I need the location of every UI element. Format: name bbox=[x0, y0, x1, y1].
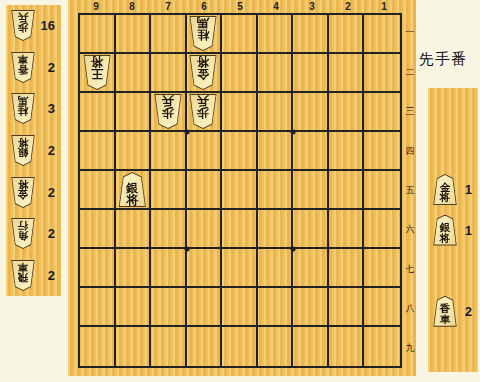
rank-label-1: 一 bbox=[404, 26, 416, 39]
file-label-3: 3 bbox=[294, 0, 330, 13]
file-label-7: 7 bbox=[150, 0, 186, 13]
square-4-6[interactable] bbox=[258, 210, 294, 249]
rank-label-5: 五 bbox=[404, 184, 416, 197]
square-2-8[interactable] bbox=[329, 288, 365, 327]
board-frame: 桂馬王将金将歩兵歩兵銀将 bbox=[78, 13, 402, 368]
square-6-7[interactable] bbox=[187, 249, 223, 288]
square-7-4[interactable] bbox=[151, 132, 187, 171]
square-5-6[interactable] bbox=[222, 210, 258, 249]
square-7-8[interactable] bbox=[151, 288, 187, 327]
sente-hand-slot-1 bbox=[428, 88, 478, 129]
piece-face: 桂馬 bbox=[189, 17, 217, 50]
square-1-8[interactable] bbox=[364, 288, 400, 327]
square-4-7[interactable] bbox=[258, 249, 294, 288]
square-1-9[interactable] bbox=[364, 327, 400, 366]
rank-label-9: 九 bbox=[404, 342, 416, 355]
square-8-1[interactable] bbox=[116, 15, 152, 54]
square-4-8[interactable] bbox=[258, 288, 294, 327]
gote-hand-slot-4[interactable]: 銀将2 bbox=[6, 130, 61, 172]
square-3-1[interactable] bbox=[293, 15, 329, 54]
sente-gold-count: 1 bbox=[465, 182, 472, 197]
gote-hand-slot-1[interactable]: 歩兵16 bbox=[6, 5, 61, 47]
gote-hand-slot-6[interactable]: 角行2 bbox=[6, 213, 61, 255]
piece-face: 香車 bbox=[433, 297, 457, 326]
square-3-5[interactable] bbox=[293, 171, 329, 210]
piece-face: 歩兵 bbox=[154, 95, 182, 128]
square-3-6[interactable] bbox=[293, 210, 329, 249]
gote-silver-piece[interactable]: 銀将 bbox=[10, 135, 36, 166]
file-label-9: 9 bbox=[78, 0, 114, 13]
sente-hand-slot-7 bbox=[428, 331, 478, 372]
square-6-9[interactable] bbox=[187, 327, 223, 366]
square-8-6[interactable] bbox=[116, 210, 152, 249]
gote-silver-count: 2 bbox=[48, 143, 55, 158]
square-3-2[interactable] bbox=[293, 54, 329, 93]
square-3-9[interactable] bbox=[293, 327, 329, 366]
piece-face: 歩兵 bbox=[189, 95, 217, 128]
square-9-1[interactable] bbox=[80, 15, 116, 54]
square-8-5[interactable]: 銀将 bbox=[116, 171, 152, 210]
square-1-6[interactable] bbox=[364, 210, 400, 249]
square-2-1[interactable] bbox=[329, 15, 365, 54]
gote-pawn-piece[interactable]: 歩兵 bbox=[10, 10, 36, 41]
gote-bishop-piece[interactable]: 角行 bbox=[10, 218, 36, 249]
piece-face: 銀将 bbox=[433, 216, 457, 245]
file-label-8: 8 bbox=[114, 0, 150, 13]
gote-lance-piece[interactable]: 香車 bbox=[10, 52, 36, 83]
square-6-6[interactable] bbox=[187, 210, 223, 249]
square-1-5[interactable] bbox=[364, 171, 400, 210]
square-8-8[interactable] bbox=[116, 288, 152, 327]
square-2-3[interactable] bbox=[329, 93, 365, 132]
square-1-2[interactable] bbox=[364, 54, 400, 93]
square-5-1[interactable] bbox=[222, 15, 258, 54]
square-7-1[interactable] bbox=[151, 15, 187, 54]
gote-gold-piece[interactable]: 金将 bbox=[188, 55, 218, 90]
square-6-2[interactable]: 金将 bbox=[187, 54, 223, 93]
square-9-3[interactable] bbox=[80, 93, 116, 132]
square-4-4[interactable] bbox=[258, 132, 294, 171]
gote-rook-piece[interactable]: 飛車 bbox=[10, 260, 36, 291]
square-5-2[interactable] bbox=[222, 54, 258, 93]
square-8-2[interactable] bbox=[116, 54, 152, 93]
square-4-9[interactable] bbox=[258, 327, 294, 366]
square-4-5[interactable] bbox=[258, 171, 294, 210]
square-9-5[interactable] bbox=[80, 171, 116, 210]
piece-face: 角行 bbox=[11, 219, 35, 248]
file-label-1: 1 bbox=[366, 0, 402, 13]
rank-label-4: 四 bbox=[404, 145, 416, 158]
gote-gold-count: 2 bbox=[48, 185, 55, 200]
square-9-7[interactable] bbox=[80, 249, 116, 288]
gote-hand-slot-2[interactable]: 香車2 bbox=[6, 47, 61, 89]
square-8-9[interactable] bbox=[116, 327, 152, 366]
file-label-5: 5 bbox=[222, 0, 258, 13]
gote-hand-slot-5[interactable]: 金将2 bbox=[6, 171, 61, 213]
square-1-1[interactable] bbox=[364, 15, 400, 54]
sente-hand-slot-5 bbox=[428, 250, 478, 291]
square-5-8[interactable] bbox=[222, 288, 258, 327]
rank-label-2: 二 bbox=[404, 66, 416, 79]
square-8-4[interactable] bbox=[116, 132, 152, 171]
square-9-4[interactable] bbox=[80, 132, 116, 171]
gote-pawn-count: 16 bbox=[41, 18, 55, 33]
square-9-8[interactable] bbox=[80, 288, 116, 327]
square-9-2[interactable]: 王将 bbox=[80, 54, 116, 93]
square-3-8[interactable] bbox=[293, 288, 329, 327]
sente-hand-slot-6[interactable]: 香車2 bbox=[428, 291, 478, 332]
file-label-6: 6 bbox=[186, 0, 222, 13]
square-6-1[interactable]: 桂馬 bbox=[187, 15, 223, 54]
piece-face: 王将 bbox=[83, 56, 111, 89]
file-coordinates: 987654321 bbox=[78, 0, 402, 13]
sente-hand-slot-3[interactable]: 金将1 bbox=[428, 169, 478, 210]
square-2-4[interactable] bbox=[329, 132, 365, 171]
square-7-5[interactable] bbox=[151, 171, 187, 210]
square-7-6[interactable] bbox=[151, 210, 187, 249]
star-point bbox=[291, 129, 296, 134]
gote-lance-count: 2 bbox=[48, 60, 55, 75]
square-7-9[interactable] bbox=[151, 327, 187, 366]
gote-king-piece[interactable]: 王将 bbox=[82, 55, 112, 90]
gote-pawn-piece[interactable]: 歩兵 bbox=[188, 94, 218, 129]
sente-silver-piece[interactable]: 銀将 bbox=[117, 172, 147, 207]
piece-face: 飛車 bbox=[11, 261, 35, 290]
piece-face: 金将 bbox=[189, 56, 217, 89]
piece-face: 桂馬 bbox=[11, 94, 35, 123]
square-1-7[interactable] bbox=[364, 249, 400, 288]
square-5-4[interactable] bbox=[222, 132, 258, 171]
gote-rook-count: 2 bbox=[48, 268, 55, 283]
square-6-8[interactable] bbox=[187, 288, 223, 327]
sente-gold-piece[interactable]: 金将 bbox=[432, 174, 458, 205]
rank-label-8: 八 bbox=[404, 302, 416, 315]
piece-face: 金将 bbox=[11, 178, 35, 207]
gote-hand-slot-7[interactable]: 飛車2 bbox=[6, 254, 61, 296]
square-3-3[interactable] bbox=[293, 93, 329, 132]
square-7-7[interactable] bbox=[151, 249, 187, 288]
sente-hand-slot-2 bbox=[428, 129, 478, 170]
square-7-3[interactable]: 歩兵 bbox=[151, 93, 187, 132]
square-8-3[interactable] bbox=[116, 93, 152, 132]
square-5-5[interactable] bbox=[222, 171, 258, 210]
star-point bbox=[291, 247, 296, 252]
square-3-7[interactable] bbox=[293, 249, 329, 288]
square-4-1[interactable] bbox=[258, 15, 294, 54]
square-2-9[interactable] bbox=[329, 327, 365, 366]
square-8-7[interactable] bbox=[116, 249, 152, 288]
piece-face: 金将 bbox=[433, 175, 457, 204]
square-4-3[interactable] bbox=[258, 93, 294, 132]
piece-face: 銀将 bbox=[11, 136, 35, 165]
sente-hand-slot-4[interactable]: 銀将1 bbox=[428, 210, 478, 251]
square-5-9[interactable] bbox=[222, 327, 258, 366]
gote-pawn-piece[interactable]: 歩兵 bbox=[153, 94, 183, 129]
square-3-4[interactable] bbox=[293, 132, 329, 171]
square-9-9[interactable] bbox=[80, 327, 116, 366]
square-1-4[interactable] bbox=[364, 132, 400, 171]
sente-lance-count: 2 bbox=[465, 304, 472, 319]
square-2-2[interactable] bbox=[329, 54, 365, 93]
star-point bbox=[184, 129, 189, 134]
sente-silver-count: 1 bbox=[465, 223, 472, 238]
square-7-2[interactable] bbox=[151, 54, 187, 93]
piece-face: 香車 bbox=[11, 53, 35, 82]
square-2-7[interactable] bbox=[329, 249, 365, 288]
piece-face: 歩兵 bbox=[11, 11, 35, 40]
square-5-3[interactable] bbox=[222, 93, 258, 132]
square-6-4[interactable] bbox=[187, 132, 223, 171]
rank-coordinates: 一二三四五六七八九 bbox=[404, 13, 416, 368]
sente-silver-piece[interactable]: 銀将 bbox=[432, 215, 458, 246]
shogi-board: 987654321 一二三四五六七八九 桂馬王将金将歩兵歩兵銀将 bbox=[68, 0, 416, 376]
piece-face: 銀将 bbox=[118, 173, 146, 206]
file-label-4: 4 bbox=[258, 0, 294, 13]
rank-label-7: 七 bbox=[404, 263, 416, 276]
sente-lance-piece[interactable]: 香車 bbox=[432, 296, 458, 327]
rank-label-3: 三 bbox=[404, 105, 416, 118]
rank-label-6: 六 bbox=[404, 223, 416, 236]
gote-hand-slot-3[interactable]: 桂馬3 bbox=[6, 88, 61, 130]
square-5-7[interactable] bbox=[222, 249, 258, 288]
gote-knight-piece[interactable]: 桂馬 bbox=[10, 93, 36, 124]
star-point bbox=[184, 247, 189, 252]
square-4-2[interactable] bbox=[258, 54, 294, 93]
board-grid: 桂馬王将金将歩兵歩兵銀将 bbox=[80, 15, 400, 366]
file-label-2: 2 bbox=[330, 0, 366, 13]
square-2-6[interactable] bbox=[329, 210, 365, 249]
square-6-3[interactable]: 歩兵 bbox=[187, 93, 223, 132]
turn-indicator: 先手番 bbox=[419, 50, 467, 69]
gote-knight-piece[interactable]: 桂馬 bbox=[188, 16, 218, 51]
gote-gold-piece[interactable]: 金将 bbox=[10, 177, 36, 208]
sente-captured-tray: 金将1銀将1香車2 bbox=[428, 88, 478, 372]
gote-captured-tray: 歩兵16香車2桂馬3銀将2金将2角行2飛車2 bbox=[6, 5, 61, 296]
square-6-5[interactable] bbox=[187, 171, 223, 210]
square-1-3[interactable] bbox=[364, 93, 400, 132]
square-2-5[interactable] bbox=[329, 171, 365, 210]
gote-knight-count: 3 bbox=[48, 101, 55, 116]
square-9-6[interactable] bbox=[80, 210, 116, 249]
gote-bishop-count: 2 bbox=[48, 226, 55, 241]
